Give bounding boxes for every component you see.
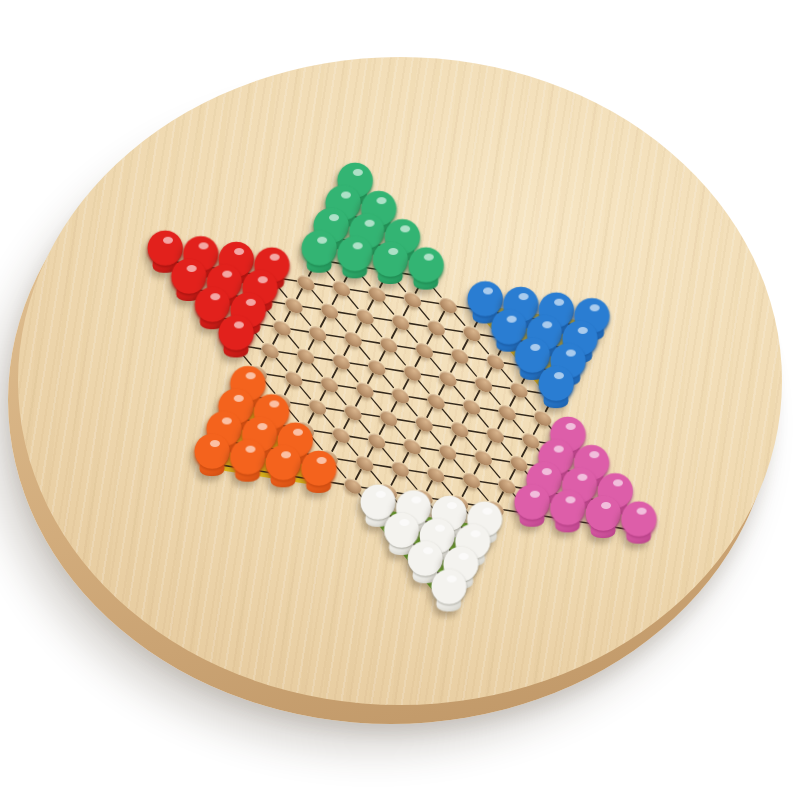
specular-highlight — [399, 519, 409, 526]
green-peg-head: ● — [370, 238, 410, 272]
specular-highlight — [530, 491, 540, 498]
green-peg[interactable]: ● — [417, 248, 435, 290]
specular-highlight — [637, 508, 647, 515]
orange-peg[interactable]: ● — [238, 440, 256, 482]
empty-hole[interactable] — [449, 347, 469, 364]
board-hole-r10c16[interactable] — [447, 415, 471, 443]
board-hole-r13c3[interactable]: ● — [234, 455, 258, 483]
empty-hole[interactable] — [366, 285, 386, 302]
specular-highlight — [317, 237, 327, 244]
empty-hole[interactable] — [485, 426, 505, 443]
board-hole-r10c14[interactable] — [412, 409, 436, 437]
board-hole-r11c17[interactable] — [471, 443, 495, 471]
empty-hole[interactable] — [331, 279, 351, 296]
board-hole-r4c16[interactable]: ● — [412, 263, 436, 291]
empty-hole[interactable] — [426, 319, 446, 336]
red-peg[interactable]: ● — [227, 315, 245, 357]
empty-hole[interactable] — [485, 353, 505, 370]
board-hole-r13c1[interactable]: ● — [198, 449, 222, 477]
empty-hole[interactable] — [402, 364, 422, 381]
empty-hole[interactable] — [378, 409, 398, 426]
specular-highlight — [317, 457, 327, 464]
board-hole-r4c10[interactable]: ● — [306, 246, 330, 274]
empty-hole[interactable] — [331, 353, 351, 370]
board-hole-r5c17[interactable] — [436, 291, 460, 319]
board-hole-r17c13[interactable]: ● — [435, 585, 459, 613]
empty-hole[interactable] — [437, 370, 457, 387]
specular-highlight — [245, 446, 255, 453]
empty-hole[interactable] — [414, 342, 434, 359]
specular-highlight — [163, 237, 173, 244]
specular-highlight — [353, 242, 363, 249]
empty-hole[interactable] — [319, 302, 339, 319]
pink-peg[interactable]: ● — [523, 485, 541, 527]
blue-peg-head: ● — [536, 362, 576, 396]
board-hole-r13c7[interactable]: ● — [305, 466, 329, 494]
board-hole-r13c19[interactable]: ● — [518, 500, 542, 528]
empty-hole[interactable] — [437, 443, 457, 460]
board-hole-r11c13[interactable] — [400, 432, 424, 460]
empty-hole[interactable] — [343, 330, 363, 347]
board-hole-r7c13[interactable] — [376, 330, 400, 358]
pink-peg[interactable]: ● — [558, 490, 576, 532]
empty-hole[interactable] — [461, 398, 481, 415]
empty-hole[interactable] — [390, 387, 410, 404]
board-hole-r7c17[interactable] — [448, 342, 472, 370]
board-hole-r13c25[interactable]: ● — [625, 517, 649, 545]
empty-hole[interactable] — [307, 325, 327, 342]
white-peg[interactable]: ● — [440, 569, 458, 611]
pink-peg-head: ● — [619, 498, 659, 532]
specular-highlight — [601, 502, 611, 509]
specular-highlight — [210, 440, 220, 447]
empty-hole[interactable] — [449, 421, 469, 438]
board-hole-r9c9[interactable] — [317, 370, 341, 398]
specular-highlight — [483, 287, 493, 294]
board-hole-r11c11[interactable] — [364, 426, 388, 454]
green-peg-head: ● — [299, 227, 339, 261]
specular-highlight — [424, 254, 434, 261]
empty-hole[interactable] — [402, 291, 422, 308]
empty-hole[interactable] — [354, 455, 374, 472]
specular-highlight — [234, 321, 244, 328]
specular-highlight — [210, 293, 220, 300]
specular-highlight — [447, 575, 457, 582]
empty-hole[interactable] — [473, 449, 493, 466]
green-peg[interactable]: ● — [346, 236, 364, 278]
board-hole-r6c12[interactable] — [353, 302, 377, 330]
empty-hole[interactable] — [366, 432, 386, 449]
specular-highlight — [530, 344, 540, 351]
empty-hole[interactable] — [342, 404, 362, 421]
pink-peg[interactable]: ● — [594, 496, 612, 538]
board-hole-r6c14[interactable] — [388, 308, 412, 336]
empty-hole[interactable] — [366, 358, 386, 375]
empty-hole[interactable] — [272, 319, 292, 336]
specular-highlight — [376, 491, 386, 498]
green-peg[interactable]: ● — [381, 242, 399, 284]
specular-highlight — [423, 547, 433, 554]
board-hole-r11c15[interactable] — [435, 438, 459, 466]
board-hole-r8c18[interactable] — [471, 370, 495, 398]
board-hole-r9c15[interactable] — [424, 387, 448, 415]
board-hole-r6c8[interactable] — [282, 291, 306, 319]
orange-peg[interactable]: ● — [274, 445, 292, 487]
board-hole-r10c18[interactable] — [483, 421, 507, 449]
board-hole-r8c16[interactable] — [436, 364, 460, 392]
red-peg-head: ● — [216, 311, 256, 345]
product-photo-stage: ●●●●●●●●●●●●●●●●●●●●●●●●●●●●●●●●●●●●●●●●… — [0, 0, 800, 800]
empty-hole[interactable] — [378, 336, 398, 353]
orange-peg[interactable]: ● — [203, 434, 221, 476]
green-peg-head: ● — [335, 232, 375, 266]
orange-peg-head: ● — [227, 436, 267, 470]
empty-hole[interactable] — [295, 347, 315, 364]
board-hole-r13c23[interactable]: ● — [589, 511, 613, 539]
orange-peg-head: ● — [299, 447, 339, 481]
board-hole-r8c12[interactable] — [365, 353, 389, 381]
board-hole-r10c12[interactable] — [376, 404, 400, 432]
empty-hole[interactable] — [354, 381, 374, 398]
empty-hole[interactable] — [355, 308, 375, 325]
board-hole-r8c8[interactable] — [293, 342, 317, 370]
specular-highlight — [281, 451, 291, 458]
board-hole-r7c7[interactable] — [270, 314, 294, 342]
empty-hole[interactable] — [508, 381, 528, 398]
empty-hole[interactable] — [283, 296, 303, 313]
orange-peg-head: ● — [263, 441, 303, 475]
orange-peg-head: ● — [192, 430, 232, 464]
pink-peg-head: ● — [512, 481, 552, 515]
board-hole-r6c10[interactable] — [317, 297, 341, 325]
board-hole-r7c15[interactable] — [412, 336, 436, 364]
specular-highlight — [187, 265, 197, 272]
empty-hole[interactable] — [497, 404, 517, 421]
board-hole-r9c19[interactable] — [495, 398, 519, 426]
board-hole-r9c13[interactable] — [388, 381, 412, 409]
empty-hole[interactable] — [414, 415, 434, 432]
board-hole-r13c5[interactable]: ● — [269, 460, 293, 488]
board-hole-r4c12[interactable]: ● — [341, 251, 365, 279]
green-peg-head: ● — [406, 244, 446, 278]
empty-hole[interactable] — [390, 313, 410, 330]
specular-highlight — [554, 372, 564, 379]
board-hole-r7c11[interactable] — [341, 325, 365, 353]
specular-highlight — [388, 248, 398, 255]
empty-hole[interactable] — [438, 296, 458, 313]
board-hole-r7c9[interactable] — [305, 319, 329, 347]
pink-peg[interactable]: ● — [630, 502, 648, 544]
board-hole-r9c11[interactable] — [353, 376, 377, 404]
orange-peg[interactable]: ● — [310, 451, 328, 493]
empty-hole[interactable] — [402, 438, 422, 455]
board-hole-r13c21[interactable]: ● — [554, 505, 578, 533]
pink-peg-head: ● — [583, 492, 623, 526]
specular-highlight — [507, 316, 517, 323]
empty-hole[interactable] — [295, 274, 315, 291]
board-hole-r8c14[interactable] — [400, 359, 424, 387]
specular-highlight — [565, 496, 575, 503]
empty-hole[interactable] — [425, 392, 445, 409]
board-hole-r6c16[interactable] — [424, 313, 448, 341]
empty-hole[interactable] — [461, 325, 481, 342]
board-hole-r9c17[interactable] — [459, 393, 483, 421]
pink-peg-head: ● — [547, 486, 587, 520]
empty-hole[interactable] — [319, 375, 339, 392]
white-peg-head: ● — [429, 565, 469, 599]
board-hole-r10c10[interactable] — [341, 398, 365, 426]
empty-hole[interactable] — [473, 375, 493, 392]
board-hole-r8c10[interactable] — [329, 347, 353, 375]
board-hole-r4c14[interactable]: ● — [377, 257, 401, 285]
blue-peg[interactable]: ● — [547, 366, 565, 408]
green-peg[interactable]: ● — [310, 231, 328, 273]
